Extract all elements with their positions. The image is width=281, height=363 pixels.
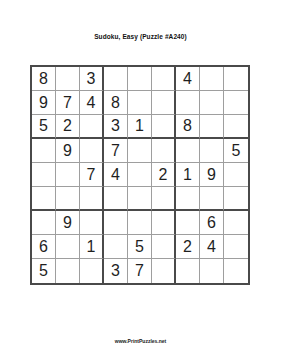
cell-r9c2[interactable]	[56, 259, 80, 283]
puzzle-page: Sudoku, Easy (Puzzle #A240) 834974852318…	[0, 0, 281, 363]
cell-r2c3[interactable]: 4	[80, 91, 104, 115]
cell-r9c4[interactable]: 3	[104, 259, 128, 283]
sudoku-grid: 834974852318975742199661524537	[30, 65, 250, 285]
cell-r7c5[interactable]	[128, 211, 152, 235]
cell-r2c7[interactable]	[176, 91, 200, 115]
cell-r5c1[interactable]	[32, 163, 56, 187]
cell-r9c7[interactable]	[176, 259, 200, 283]
cell-r9c3[interactable]	[80, 259, 104, 283]
cell-r7c2[interactable]: 9	[56, 211, 80, 235]
cell-r7c1[interactable]	[32, 211, 56, 235]
cell-r3c1[interactable]: 5	[32, 115, 56, 139]
cell-r4c3[interactable]	[80, 139, 104, 163]
cell-r3c3[interactable]	[80, 115, 104, 139]
cell-r5c6[interactable]: 2	[152, 163, 176, 187]
cell-r3c2[interactable]: 2	[56, 115, 80, 139]
cell-r3c5[interactable]: 1	[128, 115, 152, 139]
cell-r2c9[interactable]	[224, 91, 248, 115]
cell-r6c5[interactable]	[128, 187, 152, 211]
cell-r7c8[interactable]: 6	[200, 211, 224, 235]
cell-r4c9[interactable]: 5	[224, 139, 248, 163]
cell-r9c6[interactable]	[152, 259, 176, 283]
cell-r9c9[interactable]	[224, 259, 248, 283]
cell-r2c4[interactable]: 8	[104, 91, 128, 115]
cell-r8c9[interactable]	[224, 235, 248, 259]
footer-url: www.PrintPuzzles.net	[0, 338, 281, 344]
cell-r8c8[interactable]: 4	[200, 235, 224, 259]
cell-r4c2[interactable]: 9	[56, 139, 80, 163]
cell-r7c4[interactable]	[104, 211, 128, 235]
cell-r6c9[interactable]	[224, 187, 248, 211]
cell-r8c6[interactable]	[152, 235, 176, 259]
cell-r6c1[interactable]	[32, 187, 56, 211]
cell-r6c7[interactable]	[176, 187, 200, 211]
cell-r7c3[interactable]	[80, 211, 104, 235]
cell-r1c9[interactable]	[224, 67, 248, 91]
puzzle-title: Sudoku, Easy (Puzzle #A240)	[0, 33, 281, 40]
cell-r1c6[interactable]	[152, 67, 176, 91]
cell-r2c2[interactable]: 7	[56, 91, 80, 115]
cell-r8c3[interactable]: 1	[80, 235, 104, 259]
cell-r5c5[interactable]	[128, 163, 152, 187]
cell-r9c8[interactable]	[200, 259, 224, 283]
cell-r1c8[interactable]	[200, 67, 224, 91]
cell-r4c7[interactable]	[176, 139, 200, 163]
cell-r6c4[interactable]	[104, 187, 128, 211]
cell-r1c3[interactable]: 3	[80, 67, 104, 91]
cell-r5c7[interactable]: 1	[176, 163, 200, 187]
cell-r1c7[interactable]: 4	[176, 67, 200, 91]
cell-r8c7[interactable]: 2	[176, 235, 200, 259]
cell-r7c6[interactable]	[152, 211, 176, 235]
cell-r6c3[interactable]	[80, 187, 104, 211]
cell-r3c7[interactable]: 8	[176, 115, 200, 139]
cell-r5c4[interactable]: 4	[104, 163, 128, 187]
cell-r7c7[interactable]	[176, 211, 200, 235]
cell-r5c8[interactable]: 9	[200, 163, 224, 187]
cell-r6c6[interactable]	[152, 187, 176, 211]
cell-r4c6[interactable]	[152, 139, 176, 163]
cell-r6c2[interactable]	[56, 187, 80, 211]
cell-r3c9[interactable]	[224, 115, 248, 139]
cell-r8c2[interactable]	[56, 235, 80, 259]
cell-r4c4[interactable]: 7	[104, 139, 128, 163]
cell-r8c1[interactable]: 6	[32, 235, 56, 259]
cell-r3c8[interactable]	[200, 115, 224, 139]
cell-r8c4[interactable]	[104, 235, 128, 259]
cell-r1c4[interactable]	[104, 67, 128, 91]
cell-r1c1[interactable]: 8	[32, 67, 56, 91]
cell-r2c1[interactable]: 9	[32, 91, 56, 115]
cell-r4c1[interactable]	[32, 139, 56, 163]
cell-r9c5[interactable]: 7	[128, 259, 152, 283]
cell-r2c6[interactable]	[152, 91, 176, 115]
cell-r4c5[interactable]	[128, 139, 152, 163]
cell-r2c8[interactable]	[200, 91, 224, 115]
cell-r4c8[interactable]	[200, 139, 224, 163]
cell-r2c5[interactable]	[128, 91, 152, 115]
cell-r5c9[interactable]	[224, 163, 248, 187]
cell-r3c6[interactable]	[152, 115, 176, 139]
cell-r9c1[interactable]: 5	[32, 259, 56, 283]
cell-r3c4[interactable]: 3	[104, 115, 128, 139]
cell-r1c2[interactable]	[56, 67, 80, 91]
cell-r7c9[interactable]	[224, 211, 248, 235]
cell-r5c2[interactable]	[56, 163, 80, 187]
cell-r6c8[interactable]	[200, 187, 224, 211]
cell-r1c5[interactable]	[128, 67, 152, 91]
cell-r5c3[interactable]: 7	[80, 163, 104, 187]
cell-r8c5[interactable]: 5	[128, 235, 152, 259]
